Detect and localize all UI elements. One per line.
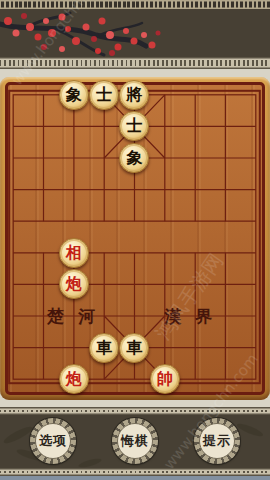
piece-red-相-5[interactable]: 相 [59, 238, 89, 268]
options-button-label: 选项 [35, 423, 71, 459]
piece-black-車-7[interactable]: 車 [89, 333, 119, 363]
header-panel [0, 9, 270, 57]
options-button[interactable]: 选项 [30, 418, 76, 464]
meander-border-bottom [0, 468, 270, 476]
undo-move-button-label: 悔棋 [117, 423, 153, 459]
app-screen: 楚河 漢界 象士將士象相炮車車炮帥 选项 悔棋 提示 www.hongchn.c… [0, 0, 270, 480]
plum-blossom-decoration [0, 9, 270, 57]
piece-red-炮-6[interactable]: 炮 [59, 269, 89, 299]
bottom-edge-bar [0, 476, 270, 480]
piece-black-象-0[interactable]: 象 [59, 80, 89, 110]
meander-border-top [0, 0, 270, 9]
piece-black-士-3[interactable]: 士 [119, 111, 149, 141]
piece-black-象-4[interactable]: 象 [119, 143, 149, 173]
meander-border-upper [0, 57, 270, 69]
piece-red-炮-9[interactable]: 炮 [59, 364, 89, 394]
meander-border-lower [0, 407, 270, 415]
piece-black-士-1[interactable]: 士 [89, 80, 119, 110]
hint-button[interactable]: 提示 [194, 418, 240, 464]
piece-red-帥-10[interactable]: 帥 [150, 364, 180, 394]
toolbar-panel: 选项 悔棋 提示 [0, 415, 270, 468]
undo-move-button[interactable]: 悔棋 [112, 418, 158, 464]
hint-button-label: 提示 [199, 423, 235, 459]
piece-black-將-2[interactable]: 將 [119, 80, 149, 110]
piece-grid: 象士將士象相炮車車炮帥 [0, 79, 270, 395]
piece-black-車-8[interactable]: 車 [119, 333, 149, 363]
blossoms [4, 13, 161, 56]
